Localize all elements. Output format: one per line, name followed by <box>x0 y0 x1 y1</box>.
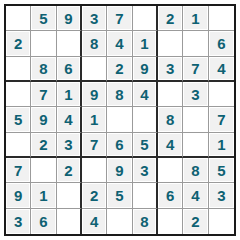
sudoku-cell-given: 6 <box>31 209 56 234</box>
sudoku-cell-given: 1 <box>209 133 234 158</box>
sudoku-cell-empty[interactable] <box>107 209 132 234</box>
sudoku-cell-given: 5 <box>31 6 56 31</box>
sudoku-cell-empty[interactable] <box>57 31 82 56</box>
sudoku-cell-given: 2 <box>183 209 208 234</box>
sudoku-cell-given: 3 <box>82 6 107 31</box>
sudoku-cell-empty[interactable] <box>183 31 208 56</box>
sudoku-cell-given: 7 <box>107 6 132 31</box>
sudoku-cell-given: 6 <box>57 57 82 82</box>
sudoku-cell-given: 8 <box>82 31 107 56</box>
sudoku-cell-given: 7 <box>6 158 31 183</box>
sudoku-cell-given: 1 <box>183 6 208 31</box>
sudoku-cell-given: 7 <box>31 82 56 107</box>
sudoku-cell-given: 1 <box>57 82 82 107</box>
sudoku-cell-empty[interactable] <box>107 107 132 132</box>
sudoku-cell-given: 5 <box>133 133 158 158</box>
sudoku-cell-empty[interactable] <box>133 6 158 31</box>
sudoku-cell-given: 8 <box>31 57 56 82</box>
sudoku-cell-given: 3 <box>183 82 208 107</box>
sudoku-cell-empty[interactable] <box>158 158 183 183</box>
sudoku-cell-given: 6 <box>107 133 132 158</box>
sudoku-cell-given: 3 <box>6 209 31 234</box>
sudoku-cell-given: 3 <box>209 183 234 208</box>
sudoku-cell-empty[interactable] <box>57 209 82 234</box>
sudoku-cell-given: 4 <box>158 133 183 158</box>
sudoku-cell-given: 1 <box>82 107 107 132</box>
sudoku-cell-given: 4 <box>209 57 234 82</box>
sudoku-cell-given: 4 <box>82 209 107 234</box>
sudoku-cell-given: 8 <box>158 107 183 132</box>
sudoku-cell-given: 7 <box>209 107 234 132</box>
sudoku-cell-given: 6 <box>209 31 234 56</box>
sudoku-cell-empty[interactable] <box>57 183 82 208</box>
sudoku-cell-empty[interactable] <box>209 82 234 107</box>
sudoku-cell-given: 4 <box>107 31 132 56</box>
sudoku-cell-given: 9 <box>6 183 31 208</box>
sudoku-cell-given: 8 <box>133 209 158 234</box>
sudoku-cell-given: 3 <box>57 133 82 158</box>
sudoku-cell-empty[interactable] <box>158 209 183 234</box>
sudoku-cell-given: 1 <box>133 31 158 56</box>
sudoku-cell-given: 2 <box>57 158 82 183</box>
sudoku-cell-given: 4 <box>133 82 158 107</box>
sudoku-cell-given: 9 <box>107 158 132 183</box>
sudoku-cell-empty[interactable] <box>133 183 158 208</box>
sudoku-cell-empty[interactable] <box>158 31 183 56</box>
sudoku-cell-empty[interactable] <box>183 107 208 132</box>
sudoku-cell-given: 7 <box>183 57 208 82</box>
sudoku-cell-given: 4 <box>183 183 208 208</box>
sudoku-cell-empty[interactable] <box>158 82 183 107</box>
sudoku-cell-given: 9 <box>31 107 56 132</box>
sudoku-cell-given: 2 <box>31 133 56 158</box>
sudoku-cell-given: 9 <box>82 82 107 107</box>
sudoku-cell-given: 5 <box>6 107 31 132</box>
sudoku-cell-given: 5 <box>107 183 132 208</box>
sudoku-cell-given: 2 <box>158 6 183 31</box>
page: 5937212841686293747198435941872376541729… <box>0 0 240 240</box>
sudoku-cell-given: 3 <box>133 158 158 183</box>
sudoku-cell-empty[interactable] <box>133 107 158 132</box>
sudoku-cell-given: 8 <box>107 82 132 107</box>
sudoku-cell-empty[interactable] <box>183 133 208 158</box>
sudoku-cell-given: 9 <box>57 6 82 31</box>
sudoku-cell-empty[interactable] <box>31 31 56 56</box>
sudoku-cell-empty[interactable] <box>6 133 31 158</box>
sudoku-cell-empty[interactable] <box>6 57 31 82</box>
sudoku-cell-given: 5 <box>209 158 234 183</box>
sudoku-cell-empty[interactable] <box>82 57 107 82</box>
sudoku-cell-empty[interactable] <box>6 6 31 31</box>
sudoku-cell-empty[interactable] <box>209 6 234 31</box>
sudoku-cell-given: 9 <box>133 57 158 82</box>
sudoku-cell-given: 8 <box>183 158 208 183</box>
sudoku-board: 5937212841686293747198435941872376541729… <box>4 4 236 236</box>
sudoku-cell-given: 7 <box>82 133 107 158</box>
sudoku-cell-given: 6 <box>158 183 183 208</box>
sudoku-cell-empty[interactable] <box>209 209 234 234</box>
sudoku-cell-empty[interactable] <box>6 82 31 107</box>
sudoku-cell-given: 1 <box>31 183 56 208</box>
sudoku-cell-empty[interactable] <box>31 158 56 183</box>
sudoku-cell-given: 4 <box>57 107 82 132</box>
sudoku-cell-given: 2 <box>6 31 31 56</box>
sudoku-cell-given: 2 <box>82 183 107 208</box>
sudoku-cell-given: 2 <box>107 57 132 82</box>
sudoku-cell-given: 3 <box>158 57 183 82</box>
sudoku-cell-empty[interactable] <box>82 158 107 183</box>
